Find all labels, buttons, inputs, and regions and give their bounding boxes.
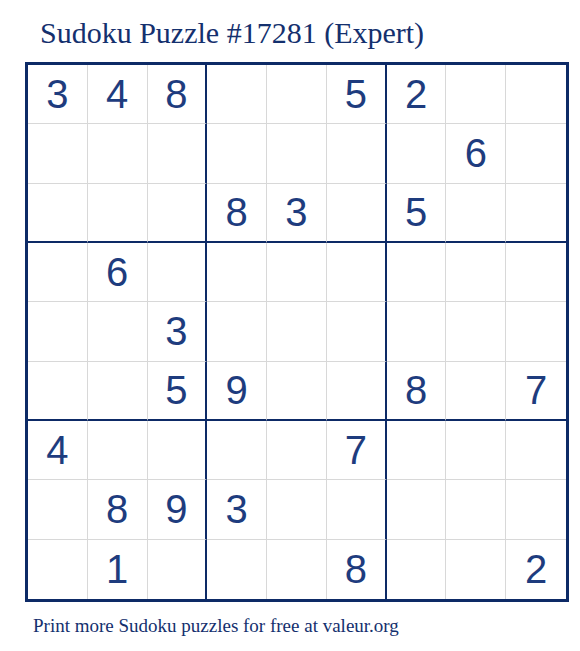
cell-r4c7[interactable] <box>387 243 447 302</box>
cell-r1c1[interactable]: 3 <box>28 65 88 124</box>
cell-r8c8[interactable] <box>446 480 506 539</box>
cell-r7c9[interactable] <box>506 421 566 480</box>
cell-r3c3[interactable] <box>148 184 208 243</box>
cell-r6c1[interactable] <box>28 362 88 421</box>
cell-r2c9[interactable] <box>506 124 566 183</box>
cell-r7c8[interactable] <box>446 421 506 480</box>
cell-r7c6[interactable]: 7 <box>327 421 387 480</box>
cell-r4c1[interactable] <box>28 243 88 302</box>
cell-r2c5[interactable] <box>267 124 327 183</box>
cell-r2c7[interactable] <box>387 124 447 183</box>
cell-r1c4[interactable] <box>207 65 267 124</box>
cell-r7c7[interactable] <box>387 421 447 480</box>
cell-r5c9[interactable] <box>506 302 566 361</box>
cell-r2c2[interactable] <box>88 124 148 183</box>
cell-r1c2[interactable]: 4 <box>88 65 148 124</box>
page-title: Sudoku Puzzle #17281 (Expert) <box>40 16 424 50</box>
cell-r4c2[interactable]: 6 <box>88 243 148 302</box>
cell-r1c7[interactable]: 2 <box>387 65 447 124</box>
cell-r3c6[interactable] <box>327 184 387 243</box>
cell-r4c8[interactable] <box>446 243 506 302</box>
cell-r3c2[interactable] <box>88 184 148 243</box>
cell-r4c3[interactable] <box>148 243 208 302</box>
cell-r9c1[interactable] <box>28 540 88 599</box>
cell-r3c7[interactable]: 5 <box>387 184 447 243</box>
cell-r6c2[interactable] <box>88 362 148 421</box>
cell-r1c5[interactable] <box>267 65 327 124</box>
cell-r9c7[interactable] <box>387 540 447 599</box>
cell-r3c5[interactable]: 3 <box>267 184 327 243</box>
cell-r8c7[interactable] <box>387 480 447 539</box>
cell-r7c5[interactable] <box>267 421 327 480</box>
cell-r6c9[interactable]: 7 <box>506 362 566 421</box>
cell-r5c7[interactable] <box>387 302 447 361</box>
cell-r9c3[interactable] <box>148 540 208 599</box>
cell-r7c4[interactable] <box>207 421 267 480</box>
cell-r2c3[interactable] <box>148 124 208 183</box>
cell-r7c2[interactable] <box>88 421 148 480</box>
cell-r3c1[interactable] <box>28 184 88 243</box>
cell-r4c5[interactable] <box>267 243 327 302</box>
cell-r5c3[interactable]: 3 <box>148 302 208 361</box>
cell-r5c1[interactable] <box>28 302 88 361</box>
cell-r8c2[interactable]: 8 <box>88 480 148 539</box>
cell-r8c5[interactable] <box>267 480 327 539</box>
cell-r5c6[interactable] <box>327 302 387 361</box>
cell-r9c8[interactable] <box>446 540 506 599</box>
cell-r9c4[interactable] <box>207 540 267 599</box>
cell-r6c6[interactable] <box>327 362 387 421</box>
cell-r5c2[interactable] <box>88 302 148 361</box>
cell-r2c8[interactable]: 6 <box>446 124 506 183</box>
cell-r5c4[interactable] <box>207 302 267 361</box>
cell-r1c8[interactable] <box>446 65 506 124</box>
cell-r3c9[interactable] <box>506 184 566 243</box>
cell-r8c6[interactable] <box>327 480 387 539</box>
cell-r2c4[interactable] <box>207 124 267 183</box>
cell-r4c6[interactable] <box>327 243 387 302</box>
sudoku-page: Sudoku Puzzle #17281 (Expert) 3485268356… <box>0 0 580 651</box>
cell-r2c6[interactable] <box>327 124 387 183</box>
cell-r3c4[interactable]: 8 <box>207 184 267 243</box>
cell-r8c1[interactable] <box>28 480 88 539</box>
cell-r8c3[interactable]: 9 <box>148 480 208 539</box>
cell-r2c1[interactable] <box>28 124 88 183</box>
cell-r7c1[interactable]: 4 <box>28 421 88 480</box>
cell-r5c8[interactable] <box>446 302 506 361</box>
cell-r6c4[interactable]: 9 <box>207 362 267 421</box>
cell-r1c3[interactable]: 8 <box>148 65 208 124</box>
cell-r9c5[interactable] <box>267 540 327 599</box>
cell-r4c4[interactable] <box>207 243 267 302</box>
sudoku-board: 34852683563598747893182 <box>25 62 569 602</box>
footer-text: Print more Sudoku puzzles for free at va… <box>33 615 399 637</box>
cell-r1c9[interactable] <box>506 65 566 124</box>
cell-r9c6[interactable]: 8 <box>327 540 387 599</box>
cell-r6c7[interactable]: 8 <box>387 362 447 421</box>
cell-r6c8[interactable] <box>446 362 506 421</box>
cell-r3c8[interactable] <box>446 184 506 243</box>
cell-r5c5[interactable] <box>267 302 327 361</box>
cell-r8c4[interactable]: 3 <box>207 480 267 539</box>
cell-r4c9[interactable] <box>506 243 566 302</box>
cell-r1c6[interactable]: 5 <box>327 65 387 124</box>
cell-r7c3[interactable] <box>148 421 208 480</box>
cell-r9c9[interactable]: 2 <box>506 540 566 599</box>
cell-r6c3[interactable]: 5 <box>148 362 208 421</box>
cell-r9c2[interactable]: 1 <box>88 540 148 599</box>
cell-r6c5[interactable] <box>267 362 327 421</box>
cell-r8c9[interactable] <box>506 480 566 539</box>
